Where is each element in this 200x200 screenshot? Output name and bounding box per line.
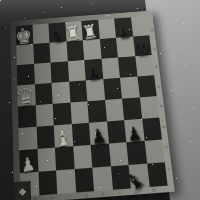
square-c6[interactable] <box>50 61 68 83</box>
square-d5[interactable] <box>69 80 88 102</box>
square-f5[interactable] <box>103 78 122 100</box>
rank-label-6: 6 <box>154 66 159 69</box>
square-b3[interactable] <box>36 125 55 149</box>
file-label-a: a <box>33 197 38 200</box>
frame-screw-icon <box>13 77 15 79</box>
piece-white-queen-a5[interactable]: ♛ <box>15 83 36 110</box>
piece-black-king-h7[interactable]: ♚ <box>131 36 152 60</box>
square-d2[interactable] <box>73 145 93 169</box>
piece-white-rook-e8[interactable]: ♜ <box>81 21 99 43</box>
square-f8[interactable] <box>98 19 116 39</box>
file-label-h: h <box>151 188 157 191</box>
dust-speckles-dim <box>0 0 1 1</box>
rank-label-4: 4 <box>159 105 164 108</box>
square-f4[interactable] <box>105 99 124 122</box>
chessboard-photo: ♚♞♜♜♟♚♟♛♝♟♟♟♝ 87654321 abcdefgh ❖ <box>0 0 200 200</box>
square-a3[interactable] <box>19 127 37 151</box>
square-a8[interactable]: ♚ <box>16 25 33 46</box>
square-c3[interactable]: ♝ <box>54 124 73 147</box>
file-label-c: c <box>66 195 71 198</box>
piece-white-king-a8[interactable]: ♚ <box>13 24 33 49</box>
file-label-g: g <box>134 190 140 193</box>
square-e3[interactable]: ♟ <box>89 121 109 144</box>
file-label-d: d <box>83 193 88 196</box>
rank-label-8: 8 <box>149 29 154 32</box>
board-playing-area: ♚♞♜♜♟♚♟♛♝♟♟♟♝ 87654321 abcdefgh ❖ <box>16 16 168 197</box>
square-d4[interactable] <box>70 101 89 124</box>
square-a2[interactable]: ♟ <box>19 149 38 173</box>
piece-black-pawn-e6[interactable]: ♟ <box>85 64 101 83</box>
rank-label-1: 1 <box>166 167 172 170</box>
square-g8[interactable]: ♟ <box>114 17 133 37</box>
piece-white-rook-d8[interactable]: ♜ <box>64 22 82 44</box>
piece-black-pawn-g3[interactable]: ♟ <box>126 124 142 145</box>
rank-label-7: 7 <box>151 47 156 50</box>
chess-board: ♚♞♜♜♟♚♟♛♝♟♟♟♝ 87654321 abcdefgh ❖ <box>10 11 175 200</box>
square-a5[interactable]: ♛ <box>17 84 35 106</box>
square-f7[interactable] <box>99 38 118 59</box>
square-c4[interactable] <box>53 103 72 126</box>
square-b7[interactable] <box>33 43 51 64</box>
square-b5[interactable] <box>34 83 52 105</box>
rank-label-5: 5 <box>156 85 161 88</box>
square-d6[interactable] <box>67 60 85 82</box>
rank-label-2: 2 <box>164 146 169 149</box>
piece-black-pawn-e3[interactable]: ♟ <box>90 126 107 148</box>
square-e8[interactable]: ♜ <box>81 20 99 40</box>
square-b6[interactable] <box>34 63 52 85</box>
square-d1[interactable] <box>74 168 94 193</box>
piece-black-pawn-g8[interactable]: ♟ <box>116 23 130 40</box>
rank-label-3: 3 <box>161 125 166 128</box>
square-b2[interactable] <box>37 148 56 172</box>
file-label-e: e <box>100 192 105 195</box>
square-b8[interactable] <box>32 24 49 45</box>
square-b4[interactable] <box>35 104 53 127</box>
square-f2[interactable] <box>108 142 128 166</box>
square-d3[interactable] <box>71 123 90 146</box>
square-e1[interactable] <box>92 166 112 191</box>
maker-logo-icon: ❖ <box>14 181 31 200</box>
file-label-b: b <box>50 196 55 199</box>
square-c5[interactable] <box>52 82 70 104</box>
piece-white-bishop-c3[interactable]: ♝ <box>54 127 72 151</box>
square-h8[interactable] <box>131 16 150 36</box>
square-c1[interactable] <box>56 169 76 194</box>
square-e4[interactable] <box>87 100 106 123</box>
square-f3[interactable] <box>107 120 127 143</box>
file-label-f: f <box>117 192 122 194</box>
dust-speckles-bright <box>0 0 1 1</box>
square-f6[interactable] <box>101 58 120 80</box>
piece-black-knight-c8[interactable]: ♞ <box>49 26 65 45</box>
square-e6[interactable]: ♟ <box>84 59 103 81</box>
piece-white-pawn-a2[interactable]: ♟ <box>20 155 36 177</box>
square-b1[interactable] <box>38 170 57 195</box>
board-grid: ♚♞♜♜♟♚♟♛♝♟♟♟♝ <box>16 16 168 197</box>
